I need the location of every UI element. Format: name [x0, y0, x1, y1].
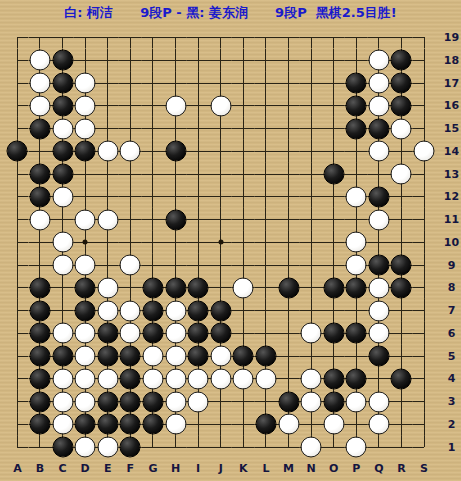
intersection-Q6[interactable] — [368, 322, 391, 345]
intersection-A16[interactable] — [6, 94, 29, 117]
intersection-N2[interactable] — [300, 413, 323, 436]
intersection-I15[interactable] — [187, 117, 210, 140]
intersection-A12[interactable] — [6, 185, 29, 208]
intersection-F6[interactable] — [119, 322, 142, 345]
intersection-L16[interactable] — [255, 94, 278, 117]
intersection-I10[interactable] — [187, 231, 210, 254]
intersection-I5[interactable] — [187, 345, 210, 368]
intersection-J14[interactable] — [209, 140, 232, 163]
intersection-D11[interactable] — [74, 208, 97, 231]
intersection-G9[interactable] — [142, 254, 165, 277]
intersection-I13[interactable] — [187, 163, 210, 186]
intersection-B17[interactable] — [29, 72, 52, 95]
intersection-K17[interactable] — [232, 72, 255, 95]
intersection-K14[interactable] — [232, 140, 255, 163]
intersection-N19[interactable] — [300, 26, 323, 49]
intersection-E10[interactable] — [96, 231, 119, 254]
intersection-E18[interactable] — [96, 49, 119, 72]
intersection-S15[interactable] — [413, 117, 436, 140]
intersection-L2[interactable] — [255, 413, 278, 436]
intersection-B16[interactable] — [29, 94, 52, 117]
intersection-S5[interactable] — [413, 345, 436, 368]
intersection-P16[interactable] — [345, 94, 368, 117]
intersection-F14[interactable] — [119, 140, 142, 163]
intersection-R14[interactable] — [390, 140, 413, 163]
intersection-I12[interactable] — [187, 185, 210, 208]
intersection-A14[interactable] — [6, 140, 29, 163]
intersection-F2[interactable] — [119, 413, 142, 436]
intersection-Q1[interactable] — [368, 436, 391, 459]
intersection-G5[interactable] — [142, 345, 165, 368]
intersection-S6[interactable] — [413, 322, 436, 345]
intersection-B7[interactable] — [29, 299, 52, 322]
intersection-B10[interactable] — [29, 231, 52, 254]
intersection-D9[interactable] — [74, 254, 97, 277]
intersection-K9[interactable] — [232, 254, 255, 277]
intersection-R5[interactable] — [390, 345, 413, 368]
intersection-L1[interactable] — [255, 436, 278, 459]
intersection-G12[interactable] — [142, 185, 165, 208]
intersection-J12[interactable] — [209, 185, 232, 208]
intersection-C12[interactable] — [51, 185, 74, 208]
intersection-R6[interactable] — [390, 322, 413, 345]
intersection-F3[interactable] — [119, 390, 142, 413]
intersection-I17[interactable] — [187, 72, 210, 95]
intersection-M2[interactable] — [277, 413, 300, 436]
intersection-A15[interactable] — [6, 117, 29, 140]
intersection-Q16[interactable] — [368, 94, 391, 117]
intersection-H1[interactable] — [164, 436, 187, 459]
intersection-M10[interactable] — [277, 231, 300, 254]
intersection-D3[interactable] — [74, 390, 97, 413]
intersection-P3[interactable] — [345, 390, 368, 413]
intersection-M6[interactable] — [277, 322, 300, 345]
intersection-N11[interactable] — [300, 208, 323, 231]
intersection-E7[interactable] — [96, 299, 119, 322]
intersection-J10[interactable] — [209, 231, 232, 254]
intersection-L6[interactable] — [255, 322, 278, 345]
intersection-J9[interactable] — [209, 254, 232, 277]
intersection-E15[interactable] — [96, 117, 119, 140]
intersection-S8[interactable] — [413, 276, 436, 299]
intersection-J19[interactable] — [209, 26, 232, 49]
intersection-K19[interactable] — [232, 26, 255, 49]
intersection-C13[interactable] — [51, 163, 74, 186]
intersection-B2[interactable] — [29, 413, 52, 436]
intersection-O19[interactable] — [322, 26, 345, 49]
intersection-D6[interactable] — [74, 322, 97, 345]
intersection-Q19[interactable] — [368, 26, 391, 49]
intersection-K11[interactable] — [232, 208, 255, 231]
intersection-G11[interactable] — [142, 208, 165, 231]
intersection-C2[interactable] — [51, 413, 74, 436]
intersection-P4[interactable] — [345, 367, 368, 390]
intersection-H19[interactable] — [164, 26, 187, 49]
intersection-K15[interactable] — [232, 117, 255, 140]
intersection-O2[interactable] — [322, 413, 345, 436]
intersection-P6[interactable] — [345, 322, 368, 345]
intersection-S7[interactable] — [413, 299, 436, 322]
intersection-C15[interactable] — [51, 117, 74, 140]
intersection-M3[interactable] — [277, 390, 300, 413]
intersection-R13[interactable] — [390, 163, 413, 186]
intersection-A6[interactable] — [6, 322, 29, 345]
intersection-L3[interactable] — [255, 390, 278, 413]
intersection-N1[interactable] — [300, 436, 323, 459]
intersection-O3[interactable] — [322, 390, 345, 413]
intersection-D19[interactable] — [74, 26, 97, 49]
intersection-M14[interactable] — [277, 140, 300, 163]
intersection-R3[interactable] — [390, 390, 413, 413]
intersection-S9[interactable] — [413, 254, 436, 277]
intersection-P1[interactable] — [345, 436, 368, 459]
intersection-Q14[interactable] — [368, 140, 391, 163]
intersection-A17[interactable] — [6, 72, 29, 95]
intersection-L4[interactable] — [255, 367, 278, 390]
intersection-I8[interactable] — [187, 276, 210, 299]
intersection-N6[interactable] — [300, 322, 323, 345]
intersection-N16[interactable] — [300, 94, 323, 117]
intersection-P8[interactable] — [345, 276, 368, 299]
intersection-Q13[interactable] — [368, 163, 391, 186]
intersection-H14[interactable] — [164, 140, 187, 163]
intersection-H7[interactable] — [164, 299, 187, 322]
intersection-D7[interactable] — [74, 299, 97, 322]
intersection-M15[interactable] — [277, 117, 300, 140]
intersection-G16[interactable] — [142, 94, 165, 117]
intersection-N3[interactable] — [300, 390, 323, 413]
intersection-C11[interactable] — [51, 208, 74, 231]
intersection-E4[interactable] — [96, 367, 119, 390]
intersection-B9[interactable] — [29, 254, 52, 277]
intersection-O8[interactable] — [322, 276, 345, 299]
intersection-J17[interactable] — [209, 72, 232, 95]
intersection-R1[interactable] — [390, 436, 413, 459]
intersection-F1[interactable] — [119, 436, 142, 459]
intersection-S16[interactable] — [413, 94, 436, 117]
intersection-F5[interactable] — [119, 345, 142, 368]
intersection-B3[interactable] — [29, 390, 52, 413]
intersection-I19[interactable] — [187, 26, 210, 49]
intersection-M19[interactable] — [277, 26, 300, 49]
intersection-J4[interactable] — [209, 367, 232, 390]
intersection-I4[interactable] — [187, 367, 210, 390]
intersection-D8[interactable] — [74, 276, 97, 299]
intersection-L5[interactable] — [255, 345, 278, 368]
intersection-P17[interactable] — [345, 72, 368, 95]
intersection-S14[interactable] — [413, 140, 436, 163]
intersection-K10[interactable] — [232, 231, 255, 254]
intersection-R16[interactable] — [390, 94, 413, 117]
intersection-D17[interactable] — [74, 72, 97, 95]
intersection-L8[interactable] — [255, 276, 278, 299]
intersection-M5[interactable] — [277, 345, 300, 368]
intersection-I1[interactable] — [187, 436, 210, 459]
intersection-C9[interactable] — [51, 254, 74, 277]
intersection-B15[interactable] — [29, 117, 52, 140]
intersection-H10[interactable] — [164, 231, 187, 254]
intersection-S12[interactable] — [413, 185, 436, 208]
intersection-L19[interactable] — [255, 26, 278, 49]
intersection-O5[interactable] — [322, 345, 345, 368]
intersection-Q7[interactable] — [368, 299, 391, 322]
intersection-C7[interactable] — [51, 299, 74, 322]
intersection-F9[interactable] — [119, 254, 142, 277]
intersection-G3[interactable] — [142, 390, 165, 413]
intersection-D18[interactable] — [74, 49, 97, 72]
intersection-S3[interactable] — [413, 390, 436, 413]
intersection-E6[interactable] — [96, 322, 119, 345]
intersection-K6[interactable] — [232, 322, 255, 345]
intersection-I6[interactable] — [187, 322, 210, 345]
intersection-Q18[interactable] — [368, 49, 391, 72]
intersection-O16[interactable] — [322, 94, 345, 117]
intersection-B14[interactable] — [29, 140, 52, 163]
intersection-Q12[interactable] — [368, 185, 391, 208]
intersection-F18[interactable] — [119, 49, 142, 72]
intersection-A2[interactable] — [6, 413, 29, 436]
intersection-R9[interactable] — [390, 254, 413, 277]
intersection-A13[interactable] — [6, 163, 29, 186]
intersection-P15[interactable] — [345, 117, 368, 140]
intersection-D1[interactable] — [74, 436, 97, 459]
intersection-R18[interactable] — [390, 49, 413, 72]
intersection-J6[interactable] — [209, 322, 232, 345]
intersection-P11[interactable] — [345, 208, 368, 231]
intersection-J15[interactable] — [209, 117, 232, 140]
intersection-G1[interactable] — [142, 436, 165, 459]
intersection-H4[interactable] — [164, 367, 187, 390]
intersection-Q9[interactable] — [368, 254, 391, 277]
intersection-H9[interactable] — [164, 254, 187, 277]
intersection-M16[interactable] — [277, 94, 300, 117]
intersection-D12[interactable] — [74, 185, 97, 208]
intersection-I16[interactable] — [187, 94, 210, 117]
intersection-C18[interactable] — [51, 49, 74, 72]
intersection-H3[interactable] — [164, 390, 187, 413]
intersection-R4[interactable] — [390, 367, 413, 390]
intersection-H6[interactable] — [164, 322, 187, 345]
intersection-I7[interactable] — [187, 299, 210, 322]
intersection-G13[interactable] — [142, 163, 165, 186]
intersection-Q15[interactable] — [368, 117, 391, 140]
intersection-Q3[interactable] — [368, 390, 391, 413]
intersection-O7[interactable] — [322, 299, 345, 322]
intersection-N12[interactable] — [300, 185, 323, 208]
intersection-B19[interactable] — [29, 26, 52, 49]
intersection-R10[interactable] — [390, 231, 413, 254]
intersection-N8[interactable] — [300, 276, 323, 299]
intersection-I2[interactable] — [187, 413, 210, 436]
intersection-K18[interactable] — [232, 49, 255, 72]
intersection-I9[interactable] — [187, 254, 210, 277]
intersection-H16[interactable] — [164, 94, 187, 117]
intersection-A1[interactable] — [6, 436, 29, 459]
intersection-B4[interactable] — [29, 367, 52, 390]
intersection-G18[interactable] — [142, 49, 165, 72]
intersection-E8[interactable] — [96, 276, 119, 299]
intersection-K7[interactable] — [232, 299, 255, 322]
intersection-O10[interactable] — [322, 231, 345, 254]
intersection-E5[interactable] — [96, 345, 119, 368]
intersection-O6[interactable] — [322, 322, 345, 345]
intersection-R7[interactable] — [390, 299, 413, 322]
intersection-P9[interactable] — [345, 254, 368, 277]
intersection-L13[interactable] — [255, 163, 278, 186]
intersection-N13[interactable] — [300, 163, 323, 186]
intersection-F8[interactable] — [119, 276, 142, 299]
intersection-A3[interactable] — [6, 390, 29, 413]
intersection-L11[interactable] — [255, 208, 278, 231]
intersection-F16[interactable] — [119, 94, 142, 117]
intersection-R17[interactable] — [390, 72, 413, 95]
intersection-O11[interactable] — [322, 208, 345, 231]
intersection-D13[interactable] — [74, 163, 97, 186]
intersection-O17[interactable] — [322, 72, 345, 95]
intersection-C14[interactable] — [51, 140, 74, 163]
intersection-E14[interactable] — [96, 140, 119, 163]
intersection-S13[interactable] — [413, 163, 436, 186]
intersection-B1[interactable] — [29, 436, 52, 459]
intersection-M1[interactable] — [277, 436, 300, 459]
intersection-D2[interactable] — [74, 413, 97, 436]
intersection-C1[interactable] — [51, 436, 74, 459]
intersection-L10[interactable] — [255, 231, 278, 254]
intersection-H8[interactable] — [164, 276, 187, 299]
intersection-K3[interactable] — [232, 390, 255, 413]
intersection-O18[interactable] — [322, 49, 345, 72]
intersection-Q2[interactable] — [368, 413, 391, 436]
intersection-Q11[interactable] — [368, 208, 391, 231]
intersection-F13[interactable] — [119, 163, 142, 186]
intersection-S18[interactable] — [413, 49, 436, 72]
intersection-P12[interactable] — [345, 185, 368, 208]
intersection-D10[interactable] — [74, 231, 97, 254]
intersection-C10[interactable] — [51, 231, 74, 254]
intersection-G2[interactable] — [142, 413, 165, 436]
intersection-B18[interactable] — [29, 49, 52, 72]
intersection-E11[interactable] — [96, 208, 119, 231]
intersection-K12[interactable] — [232, 185, 255, 208]
intersection-D14[interactable] — [74, 140, 97, 163]
intersection-G14[interactable] — [142, 140, 165, 163]
intersection-I11[interactable] — [187, 208, 210, 231]
intersection-E19[interactable] — [96, 26, 119, 49]
intersection-S2[interactable] — [413, 413, 436, 436]
intersection-K16[interactable] — [232, 94, 255, 117]
intersection-E2[interactable] — [96, 413, 119, 436]
intersection-C8[interactable] — [51, 276, 74, 299]
intersection-J16[interactable] — [209, 94, 232, 117]
intersection-S19[interactable] — [413, 26, 436, 49]
intersection-F10[interactable] — [119, 231, 142, 254]
intersection-H2[interactable] — [164, 413, 187, 436]
intersection-H13[interactable] — [164, 163, 187, 186]
intersection-H12[interactable] — [164, 185, 187, 208]
intersection-Q17[interactable] — [368, 72, 391, 95]
intersection-B13[interactable] — [29, 163, 52, 186]
intersection-K13[interactable] — [232, 163, 255, 186]
intersection-G7[interactable] — [142, 299, 165, 322]
intersection-M7[interactable] — [277, 299, 300, 322]
intersection-R12[interactable] — [390, 185, 413, 208]
intersection-O14[interactable] — [322, 140, 345, 163]
intersection-R11[interactable] — [390, 208, 413, 231]
intersection-S4[interactable] — [413, 367, 436, 390]
intersection-H15[interactable] — [164, 117, 187, 140]
intersection-D5[interactable] — [74, 345, 97, 368]
intersection-K4[interactable] — [232, 367, 255, 390]
intersection-M17[interactable] — [277, 72, 300, 95]
intersection-N4[interactable] — [300, 367, 323, 390]
intersection-E17[interactable] — [96, 72, 119, 95]
intersection-A7[interactable] — [6, 299, 29, 322]
intersection-K1[interactable] — [232, 436, 255, 459]
intersection-L12[interactable] — [255, 185, 278, 208]
intersection-M9[interactable] — [277, 254, 300, 277]
intersection-J7[interactable] — [209, 299, 232, 322]
intersection-C17[interactable] — [51, 72, 74, 95]
intersection-F12[interactable] — [119, 185, 142, 208]
intersection-M4[interactable] — [277, 367, 300, 390]
intersection-C3[interactable] — [51, 390, 74, 413]
intersection-N18[interactable] — [300, 49, 323, 72]
intersection-E1[interactable] — [96, 436, 119, 459]
intersection-H18[interactable] — [164, 49, 187, 72]
intersection-L7[interactable] — [255, 299, 278, 322]
intersection-N14[interactable] — [300, 140, 323, 163]
intersection-M13[interactable] — [277, 163, 300, 186]
intersection-F11[interactable] — [119, 208, 142, 231]
intersection-F15[interactable] — [119, 117, 142, 140]
intersection-G6[interactable] — [142, 322, 165, 345]
intersection-E16[interactable] — [96, 94, 119, 117]
intersection-A4[interactable] — [6, 367, 29, 390]
intersection-O9[interactable] — [322, 254, 345, 277]
intersection-B6[interactable] — [29, 322, 52, 345]
intersection-N10[interactable] — [300, 231, 323, 254]
intersection-L15[interactable] — [255, 117, 278, 140]
intersection-O13[interactable] — [322, 163, 345, 186]
intersection-A10[interactable] — [6, 231, 29, 254]
intersection-B5[interactable] — [29, 345, 52, 368]
intersection-A8[interactable] — [6, 276, 29, 299]
intersection-O15[interactable] — [322, 117, 345, 140]
intersection-K8[interactable] — [232, 276, 255, 299]
intersection-M18[interactable] — [277, 49, 300, 72]
intersection-M8[interactable] — [277, 276, 300, 299]
intersection-A19[interactable] — [6, 26, 29, 49]
intersection-C19[interactable] — [51, 26, 74, 49]
intersection-J8[interactable] — [209, 276, 232, 299]
intersection-J2[interactable] — [209, 413, 232, 436]
intersection-P5[interactable] — [345, 345, 368, 368]
intersection-G19[interactable] — [142, 26, 165, 49]
intersection-R2[interactable] — [390, 413, 413, 436]
intersection-J1[interactable] — [209, 436, 232, 459]
intersection-O1[interactable] — [322, 436, 345, 459]
intersection-N9[interactable] — [300, 254, 323, 277]
intersection-R8[interactable] — [390, 276, 413, 299]
intersection-F4[interactable] — [119, 367, 142, 390]
intersection-E9[interactable] — [96, 254, 119, 277]
intersection-R19[interactable] — [390, 26, 413, 49]
intersection-L14[interactable] — [255, 140, 278, 163]
intersection-B12[interactable] — [29, 185, 52, 208]
intersection-O4[interactable] — [322, 367, 345, 390]
intersection-J11[interactable] — [209, 208, 232, 231]
intersection-I3[interactable] — [187, 390, 210, 413]
